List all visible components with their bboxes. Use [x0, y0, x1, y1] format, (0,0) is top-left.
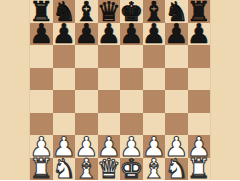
page-background: ♜♞♝♛♚♝♞♜♟♟♟♟♟♟♟♟♟♟♟♟♟♟♟♟♜♞♝♛♚♝♞♜ — [0, 0, 240, 180]
square-a4[interactable] — [30, 90, 53, 113]
square-c6[interactable] — [75, 45, 98, 68]
piece-white-bishop[interactable]: ♝ — [74, 155, 98, 180]
piece-white-knight[interactable]: ♞ — [52, 155, 76, 180]
square-e1[interactable]: ♚ — [120, 158, 143, 181]
piece-white-bishop[interactable]: ♝ — [142, 155, 166, 180]
piece-black-pawn[interactable]: ♟ — [52, 20, 76, 47]
square-f4[interactable] — [143, 90, 166, 113]
square-e5[interactable] — [120, 68, 143, 91]
square-c4[interactable] — [75, 90, 98, 113]
piece-black-pawn[interactable]: ♟ — [164, 20, 188, 47]
square-g1[interactable]: ♞ — [165, 158, 188, 181]
chess-board[interactable]: ♜♞♝♛♚♝♞♜♟♟♟♟♟♟♟♟♟♟♟♟♟♟♟♟♜♞♝♛♚♝♞♜ — [30, 0, 210, 180]
square-g4[interactable] — [165, 90, 188, 113]
square-b1[interactable]: ♞ — [53, 158, 76, 181]
square-h6[interactable] — [188, 45, 211, 68]
square-b7[interactable]: ♟ — [53, 23, 76, 46]
square-d6[interactable] — [98, 45, 121, 68]
square-b4[interactable] — [53, 90, 76, 113]
piece-black-pawn[interactable]: ♟ — [97, 20, 121, 47]
square-g7[interactable]: ♟ — [165, 23, 188, 46]
square-f7[interactable]: ♟ — [143, 23, 166, 46]
piece-black-pawn[interactable]: ♟ — [74, 20, 98, 47]
square-d1[interactable]: ♛ — [98, 158, 121, 181]
piece-white-king[interactable]: ♚ — [119, 155, 143, 180]
square-b5[interactable] — [53, 68, 76, 91]
piece-black-pawn[interactable]: ♟ — [30, 20, 53, 47]
piece-black-pawn[interactable]: ♟ — [142, 20, 166, 47]
square-d5[interactable] — [98, 68, 121, 91]
square-h4[interactable] — [188, 90, 211, 113]
square-d7[interactable]: ♟ — [98, 23, 121, 46]
square-c7[interactable]: ♟ — [75, 23, 98, 46]
square-b6[interactable] — [53, 45, 76, 68]
square-a5[interactable] — [30, 68, 53, 91]
square-g5[interactable] — [165, 68, 188, 91]
square-h1[interactable]: ♜ — [188, 158, 211, 181]
square-f5[interactable] — [143, 68, 166, 91]
piece-black-pawn[interactable]: ♟ — [119, 20, 143, 47]
square-f6[interactable] — [143, 45, 166, 68]
piece-white-rook[interactable]: ♜ — [30, 155, 53, 180]
piece-white-knight[interactable]: ♞ — [164, 155, 188, 180]
square-h7[interactable]: ♟ — [188, 23, 211, 46]
piece-white-queen[interactable]: ♛ — [97, 155, 121, 180]
piece-white-rook[interactable]: ♜ — [187, 155, 210, 180]
square-e4[interactable] — [120, 90, 143, 113]
square-a7[interactable]: ♟ — [30, 23, 53, 46]
square-e7[interactable]: ♟ — [120, 23, 143, 46]
square-e6[interactable] — [120, 45, 143, 68]
piece-black-pawn[interactable]: ♟ — [187, 20, 210, 47]
square-f1[interactable]: ♝ — [143, 158, 166, 181]
square-c5[interactable] — [75, 68, 98, 91]
square-c1[interactable]: ♝ — [75, 158, 98, 181]
square-a6[interactable] — [30, 45, 53, 68]
square-h5[interactable] — [188, 68, 211, 91]
square-d4[interactable] — [98, 90, 121, 113]
square-a1[interactable]: ♜ — [30, 158, 53, 181]
square-g6[interactable] — [165, 45, 188, 68]
